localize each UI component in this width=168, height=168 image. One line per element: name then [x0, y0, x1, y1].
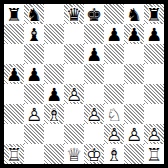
chess-board[interactable]: ♜♜♞♞♛♛♚♚♞♞♜♜♝♝♟♟♟♟♟♟♟♟♟♟♟♟♟♟♟♙♟♙♝♗♟♙♞♘♟♙…: [4, 4, 164, 164]
piece-glyph: ♞: [124, 4, 144, 24]
piece-glyph: ♟: [124, 24, 144, 44]
square-e6[interactable]: ♟♟: [84, 44, 104, 64]
square-g5[interactable]: [124, 64, 144, 84]
square-a4[interactable]: [4, 84, 24, 104]
square-g7[interactable]: ♟♟: [124, 24, 144, 44]
square-d2[interactable]: [64, 124, 84, 144]
square-g2[interactable]: ♟♙: [124, 124, 144, 144]
black-queen-d8[interactable]: ♛♛: [64, 4, 84, 24]
square-a3[interactable]: [4, 104, 24, 124]
square-d4[interactable]: ♟♙: [64, 84, 84, 104]
white-king-e1[interactable]: ♚♔: [84, 144, 104, 164]
square-c5[interactable]: [44, 64, 64, 84]
square-f5[interactable]: [104, 64, 124, 84]
square-d6[interactable]: [64, 44, 84, 64]
square-c8[interactable]: [44, 4, 64, 24]
square-g8[interactable]: ♞♞: [124, 4, 144, 24]
piece-glyph: ♟: [144, 24, 164, 44]
square-a5[interactable]: ♟♟: [4, 64, 24, 84]
piece-glyph: ♗: [44, 104, 64, 124]
square-c2[interactable]: [44, 124, 64, 144]
piece-glyph: ♖: [144, 144, 164, 164]
piece-glyph: ♗: [104, 144, 124, 164]
piece-glyph: ♖: [4, 144, 24, 164]
chess-board-frame: ♜♜♞♞♛♛♚♚♞♞♜♜♝♝♟♟♟♟♟♟♟♟♟♟♟♟♟♟♟♙♟♙♝♗♟♙♞♘♟♙…: [0, 0, 168, 168]
square-a2[interactable]: [4, 124, 24, 144]
piece-glyph: ♙: [124, 124, 144, 144]
square-e1[interactable]: ♚♔: [84, 144, 104, 164]
square-b7[interactable]: ♝♝: [24, 24, 44, 44]
black-pawn-e6[interactable]: ♟♟: [84, 44, 104, 64]
piece-glyph: ♛: [64, 4, 84, 24]
square-e5[interactable]: [84, 64, 104, 84]
square-h5[interactable]: [144, 64, 164, 84]
piece-glyph: ♕: [64, 144, 84, 164]
square-a7[interactable]: [4, 24, 24, 44]
square-d7[interactable]: [64, 24, 84, 44]
black-pawn-f7[interactable]: ♟♟: [104, 24, 124, 44]
piece-glyph: ♟: [4, 64, 24, 84]
square-f7[interactable]: ♟♟: [104, 24, 124, 44]
square-e2[interactable]: [84, 124, 104, 144]
square-b1[interactable]: [24, 144, 44, 164]
piece-glyph: ♜: [144, 4, 164, 24]
black-bishop-b7[interactable]: ♝♝: [24, 24, 44, 44]
square-c6[interactable]: [44, 44, 64, 64]
square-h1[interactable]: ♜♖: [144, 144, 164, 164]
black-rook-a8[interactable]: ♜♜: [4, 4, 24, 24]
square-c3[interactable]: ♝♗: [44, 104, 64, 124]
white-knight-f3[interactable]: ♞♘: [104, 104, 124, 124]
black-pawn-b5[interactable]: ♟♟: [24, 64, 44, 84]
square-f3[interactable]: ♞♘: [104, 104, 124, 124]
piece-glyph: ♟: [24, 64, 44, 84]
piece-glyph: ♘: [104, 104, 124, 124]
piece-glyph: ♝: [24, 24, 44, 44]
black-pawn-a5[interactable]: ♟♟: [4, 64, 24, 84]
square-b5[interactable]: ♟♟: [24, 64, 44, 84]
square-a6[interactable]: [4, 44, 24, 64]
white-pawn-g2[interactable]: ♟♙: [124, 124, 144, 144]
piece-glyph: ♜: [4, 4, 24, 24]
piece-glyph: ♙: [84, 104, 104, 124]
black-pawn-g7[interactable]: ♟♟: [124, 24, 144, 44]
square-g4[interactable]: [124, 84, 144, 104]
square-e8[interactable]: ♚♚: [84, 4, 104, 24]
square-a8[interactable]: ♜♜: [4, 4, 24, 24]
piece-glyph: ♟: [104, 24, 124, 44]
piece-glyph: ♙: [144, 124, 164, 144]
square-g1[interactable]: [124, 144, 144, 164]
square-b6[interactable]: [24, 44, 44, 64]
piece-glyph: ♙: [64, 84, 84, 104]
piece-glyph: ♔: [84, 144, 104, 164]
square-f4[interactable]: [104, 84, 124, 104]
white-rook-h1[interactable]: ♜♖: [144, 144, 164, 164]
square-h6[interactable]: [144, 44, 164, 64]
square-f2[interactable]: ♟♙: [104, 124, 124, 144]
white-pawn-d4[interactable]: ♟♙: [64, 84, 84, 104]
white-bishop-c3[interactable]: ♝♗: [44, 104, 64, 124]
black-pawn-h7[interactable]: ♟♟: [144, 24, 164, 44]
square-h7[interactable]: ♟♟: [144, 24, 164, 44]
square-e3[interactable]: ♟♙: [84, 104, 104, 124]
square-c7[interactable]: [44, 24, 64, 44]
square-f6[interactable]: [104, 44, 124, 64]
square-d5[interactable]: [64, 64, 84, 84]
piece-glyph: ♚: [84, 4, 104, 24]
black-knight-g8[interactable]: ♞♞: [124, 4, 144, 24]
square-h8[interactable]: ♜♜: [144, 4, 164, 24]
white-queen-d1[interactable]: ♛♕: [64, 144, 84, 164]
square-d8[interactable]: ♛♛: [64, 4, 84, 24]
piece-glyph: ♞: [24, 4, 44, 24]
black-knight-b8[interactable]: ♞♞: [24, 4, 44, 24]
square-e4[interactable]: [84, 84, 104, 104]
black-king-e8[interactable]: ♚♚: [84, 4, 104, 24]
square-c4[interactable]: ♟♟: [44, 84, 64, 104]
square-h4[interactable]: [144, 84, 164, 104]
square-d3[interactable]: [64, 104, 84, 124]
black-pawn-c4[interactable]: ♟♟: [44, 84, 64, 104]
square-c1[interactable]: [44, 144, 64, 164]
white-pawn-e3[interactable]: ♟♙: [84, 104, 104, 124]
square-f8[interactable]: [104, 4, 124, 24]
square-h2[interactable]: ♟♙: [144, 124, 164, 144]
piece-glyph: ♙: [104, 124, 124, 144]
square-g3[interactable]: [124, 104, 144, 124]
square-d1[interactable]: ♛♕: [64, 144, 84, 164]
square-e7[interactable]: [84, 24, 104, 44]
white-rook-a1[interactable]: ♜♖: [4, 144, 24, 164]
white-pawn-f2[interactable]: ♟♙: [104, 124, 124, 144]
square-h3[interactable]: [144, 104, 164, 124]
piece-glyph: ♙: [24, 104, 44, 124]
piece-glyph: ♟: [44, 84, 64, 104]
white-bishop-f1[interactable]: ♝♗: [104, 144, 124, 164]
square-g6[interactable]: [124, 44, 144, 64]
square-b3[interactable]: ♟♙: [24, 104, 44, 124]
square-b4[interactable]: [24, 84, 44, 104]
piece-glyph: ♟: [84, 44, 104, 64]
square-f1[interactable]: ♝♗: [104, 144, 124, 164]
black-rook-h8[interactable]: ♜♜: [144, 4, 164, 24]
white-pawn-b3[interactable]: ♟♙: [24, 104, 44, 124]
white-pawn-h2[interactable]: ♟♙: [144, 124, 164, 144]
square-b8[interactable]: ♞♞: [24, 4, 44, 24]
square-b2[interactable]: [24, 124, 44, 144]
square-a1[interactable]: ♜♖: [4, 144, 24, 164]
